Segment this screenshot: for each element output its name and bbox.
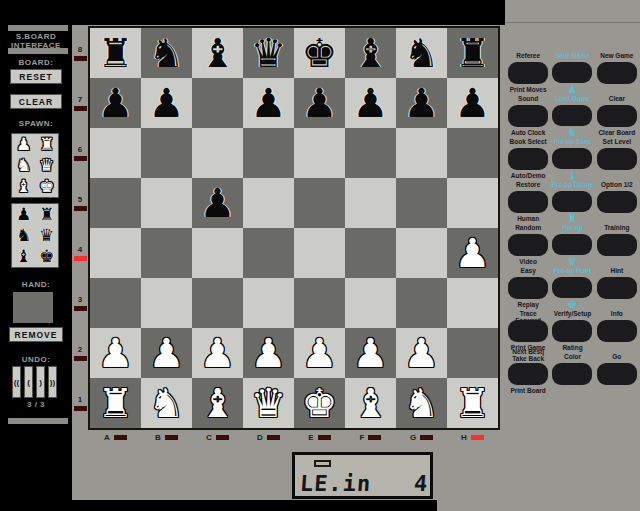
key-label: Sound: [518, 95, 538, 103]
bottom-black-strip: [72, 500, 437, 511]
black-queen: ♛: [39, 227, 54, 244]
key-sublabel-print-moves: Print Moves: [510, 86, 547, 93]
black-king: ♚: [39, 248, 54, 265]
square-h7[interactable]: ♟: [447, 78, 498, 128]
square-b5[interactable]: [141, 178, 192, 228]
color-button[interactable]: [552, 363, 592, 385]
key-sound-cell: SoundAuto Clock: [507, 95, 549, 138]
file-label-d: D: [243, 431, 294, 443]
key-sublabel-video: Video: [519, 258, 537, 265]
square-c6[interactable]: [192, 128, 243, 178]
key-sublabel-auto-clock: Auto Clock: [511, 129, 545, 136]
rank-led-5: [74, 206, 87, 211]
file-label-g: G: [396, 431, 447, 443]
pre-op-save-button[interactable]: [552, 148, 592, 169]
square-e1[interactable]: ♚: [294, 378, 345, 428]
go-button[interactable]: [597, 363, 637, 385]
random-button[interactable]: [508, 234, 548, 256]
black-bishop: ♝: [353, 33, 389, 73]
key-go-cell: Go: [596, 353, 638, 396]
key-restore-cell: RestoreHuman: [507, 181, 549, 224]
white-rook: ♜: [98, 383, 134, 423]
rank-number: 5: [78, 195, 82, 204]
square-g4[interactable]: [396, 228, 447, 278]
square-c8[interactable]: ♝: [192, 28, 243, 78]
file-led-f: [368, 435, 381, 440]
white-pawn: ♟: [149, 333, 185, 373]
black-rook: ♜: [455, 33, 491, 73]
key-label: Verify/Setup: [554, 310, 592, 318]
white-pawn: ♟: [251, 333, 287, 373]
file-led-c: [216, 435, 229, 440]
book-select-button[interactable]: [508, 148, 548, 170]
easy-button[interactable]: [508, 277, 548, 299]
file-letter: E: [308, 433, 313, 442]
key-label: Restore: [516, 181, 540, 189]
black-pawn: ♟: [200, 183, 236, 223]
key-pre-op-delete-cell: Pre-op Delete♜: [551, 181, 593, 224]
spawn-white-queen[interactable]: ♛: [35, 155, 58, 176]
white-rook: ♜: [39, 136, 54, 153]
chess-computer-app: S.BOARD INTERFACE BOARD: RESET CLEAR SPA…: [0, 0, 640, 511]
king-icon: ♚: [568, 299, 578, 310]
black-knight: ♞: [16, 227, 31, 244]
file-letter: G: [410, 433, 416, 442]
hand-slot[interactable]: [13, 292, 53, 323]
key-training-cell: Training: [596, 224, 638, 267]
clear-button[interactable]: CLEAR: [10, 94, 62, 109]
black-rook: ♜: [39, 206, 54, 223]
pre-op-priority-button[interactable]: [552, 234, 592, 255]
square-d5[interactable]: [243, 178, 294, 228]
square-c4[interactable]: [192, 228, 243, 278]
black-knight: ♞: [404, 33, 440, 73]
panel-divider-line: [505, 22, 640, 23]
rank-led-3: [74, 306, 87, 311]
key-label: Set Level: [603, 138, 632, 146]
white-queen: ♛: [251, 383, 287, 423]
white-bishop: ♝: [200, 383, 236, 423]
rank-number: 3: [78, 295, 82, 304]
square-a8[interactable]: ♜: [90, 28, 141, 78]
square-c5[interactable]: ♟: [192, 178, 243, 228]
square-a3[interactable]: [90, 278, 141, 328]
square-e7[interactable]: ♟: [294, 78, 345, 128]
file-led-h: [471, 435, 484, 440]
rank-number: 7: [78, 95, 82, 104]
lcd-display: LE.in 4: [292, 452, 433, 499]
save-game-button[interactable]: [552, 62, 592, 83]
key-clear-cell: ClearClear Board: [596, 95, 638, 138]
key-option-1-2-cell: Option 1/2: [596, 181, 638, 224]
rank-led-6: [74, 156, 87, 161]
key-new-game-cell: New Game: [596, 52, 638, 95]
black-pawn: ♟: [16, 206, 31, 223]
square-c2[interactable]: ♟: [192, 328, 243, 378]
square-e2[interactable]: ♟: [294, 328, 345, 378]
black-bishop: ♝: [200, 33, 236, 73]
square-b3[interactable]: [141, 278, 192, 328]
key-label: Save Game: [555, 52, 590, 60]
square-h1[interactable]: ♜: [447, 378, 498, 428]
undo-section-label: UNDO:: [0, 355, 72, 364]
file-label-a: A: [90, 431, 141, 443]
key-label: Book Select: [510, 138, 547, 146]
key-label: Next Best| Take Back: [512, 348, 544, 361]
spawn-black-queen[interactable]: ♛: [35, 225, 58, 246]
black-pawn: ♟: [455, 83, 491, 123]
black-pawn: ♟: [149, 83, 185, 123]
spawn-white-knight[interactable]: ♞: [12, 155, 35, 176]
white-queen: ♛: [39, 157, 54, 174]
square-h5[interactable]: [447, 178, 498, 228]
square-h6[interactable]: [447, 128, 498, 178]
pawn-icon: ♟: [568, 84, 578, 95]
key-label: Pre-op Print: [554, 267, 591, 275]
rank-labels: 87654321: [72, 28, 88, 428]
white-bishop: ♝: [16, 178, 31, 195]
square-f5[interactable]: [345, 178, 396, 228]
square-d3[interactable]: [243, 278, 294, 328]
white-rook: ♜: [455, 383, 491, 423]
square-c1[interactable]: ♝: [192, 378, 243, 428]
black-pawn: ♟: [404, 83, 440, 123]
black-king: ♚: [302, 33, 338, 73]
square-a4[interactable]: [90, 228, 141, 278]
rank-number: 1: [78, 395, 82, 404]
rank-label-4: 4: [72, 228, 88, 278]
file-label-c: C: [192, 431, 243, 443]
rank-label-1: 1: [72, 378, 88, 428]
key-random-cell: RandomVideo: [507, 224, 549, 267]
white-pawn: ♟: [302, 333, 338, 373]
white-bishop: ♝: [353, 383, 389, 423]
sound-button[interactable]: [508, 105, 548, 127]
white-pawn: ♟: [200, 333, 236, 373]
rank-label-5: 5: [72, 178, 88, 228]
file-letter: F: [360, 433, 365, 442]
square-g2[interactable]: ♟: [396, 328, 447, 378]
black-pawn: ♟: [98, 83, 134, 123]
file-led-d: [267, 435, 280, 440]
square-b2[interactable]: ♟: [141, 328, 192, 378]
square-g7[interactable]: ♟: [396, 78, 447, 128]
rank-led-7: [74, 106, 87, 111]
undo-button[interactable]: (: [24, 366, 33, 398]
rank-number: 4: [78, 245, 82, 254]
key-label: Clear: [609, 95, 625, 103]
key-verify-setup-cell: Verify/SetupRating: [551, 310, 593, 353]
key-sublabel-clear-board: Clear Board: [598, 129, 635, 136]
key-label: Pre-op Priority: [551, 224, 593, 232]
square-b4[interactable]: [141, 228, 192, 278]
spawn-white-rook[interactable]: ♜: [35, 134, 58, 155]
square-h4[interactable]: ♟: [447, 228, 498, 278]
white-king: ♚: [302, 383, 338, 423]
black-pawn: ♟: [353, 83, 389, 123]
undo-counter: 3 / 3: [0, 400, 72, 409]
white-pawn: ♟: [455, 233, 491, 273]
square-e8[interactable]: ♚: [294, 28, 345, 78]
square-b8[interactable]: ♞: [141, 28, 192, 78]
key-sublabel-auto-demo: Auto/Demo: [511, 172, 546, 179]
rank-label-2: 2: [72, 328, 88, 378]
rank-number: 2: [78, 345, 82, 354]
square-d7[interactable]: ♟: [243, 78, 294, 128]
white-pawn: ♟: [98, 333, 134, 373]
spawn-black-rook[interactable]: ♜: [35, 204, 58, 225]
spawn-black-knight[interactable]: ♞: [12, 225, 35, 246]
square-g3[interactable]: [396, 278, 447, 328]
square-e4[interactable]: [294, 228, 345, 278]
key-trace-forward-cell: Trace ForwardPrint Game: [507, 310, 549, 353]
black-queen: ♛: [251, 33, 287, 73]
key-hint-cell: Hint: [596, 267, 638, 310]
key-book-select-cell: Book SelectAuto/Demo: [507, 138, 549, 181]
training-button[interactable]: [597, 234, 637, 256]
square-h3[interactable]: [447, 278, 498, 328]
redo-button[interactable]: ): [36, 366, 45, 398]
undo-controls: ((())): [12, 366, 57, 398]
file-led-e: [318, 435, 331, 440]
key-label: New Game: [600, 52, 633, 60]
square-f3[interactable]: [345, 278, 396, 328]
sidebar-divider-top: [8, 25, 68, 31]
rank-label-3: 3: [72, 278, 88, 328]
black-pawn: ♟: [302, 83, 338, 123]
square-b6[interactable]: [141, 128, 192, 178]
file-labels: ABCDEFGH: [90, 431, 498, 443]
key-label: Training: [604, 224, 629, 232]
file-letter: A: [104, 433, 110, 442]
square-a1[interactable]: ♜: [90, 378, 141, 428]
spawn-black-bishop[interactable]: ♝: [12, 246, 35, 267]
file-label-e: E: [294, 431, 345, 443]
rook-icon: ♜: [568, 213, 578, 224]
rank-label-7: 7: [72, 78, 88, 128]
key-label: Go: [612, 353, 621, 361]
white-pawn: ♟: [353, 333, 389, 373]
bishop-icon: ♝: [568, 170, 578, 181]
clear-button[interactable]: [597, 105, 637, 127]
key-set-level-cell: Set Level: [596, 138, 638, 181]
rank-label-8: 8: [72, 28, 88, 78]
key-label: Random: [515, 224, 541, 232]
spawn-black-king[interactable]: ♚: [35, 246, 58, 267]
key-label: Hint: [611, 267, 624, 275]
square-g5[interactable]: [396, 178, 447, 228]
black-bishop: ♝: [16, 248, 31, 265]
hand-section-label: HAND:: [0, 280, 72, 289]
remove-button[interactable]: REMOVE: [9, 327, 63, 342]
spawn-white-pawn[interactable]: ♟: [12, 134, 35, 155]
square-a5[interactable]: [90, 178, 141, 228]
board-section-label: BOARD:: [0, 58, 72, 67]
square-b7[interactable]: ♟: [141, 78, 192, 128]
file-letter: H: [461, 433, 467, 442]
key-label: Referee: [516, 52, 540, 60]
sidebar-divider-bottom: [8, 418, 68, 424]
square-c7[interactable]: [192, 78, 243, 128]
file-led-g: [420, 435, 433, 440]
next-best-take-back-button[interactable]: [508, 363, 548, 385]
square-f2[interactable]: ♟: [345, 328, 396, 378]
file-led-a: [114, 435, 127, 440]
black-rook: ♜: [98, 33, 134, 73]
lcd-text: LE.in 4: [299, 471, 431, 496]
rank-led-4: [74, 256, 87, 261]
key-label: Pre-op Delete: [552, 181, 594, 189]
square-d4[interactable]: [243, 228, 294, 278]
redo-all-button[interactable]: )): [48, 366, 57, 398]
rank-led-2: [74, 356, 87, 361]
hint-button[interactable]: [597, 277, 637, 299]
black-knight: ♞: [149, 33, 185, 73]
key-label: Easy: [521, 267, 536, 275]
trace-forward-button[interactable]: [508, 320, 548, 342]
square-f1[interactable]: ♝: [345, 378, 396, 428]
pre-op-delete-button[interactable]: [552, 191, 592, 212]
file-label-f: F: [345, 431, 396, 443]
spawn-white-bishop[interactable]: ♝: [12, 176, 35, 197]
file-letter: C: [206, 433, 212, 442]
white-king: ♚: [39, 178, 54, 195]
file-label-h: H: [447, 431, 498, 443]
key-label: Load Game: [555, 95, 590, 103]
rank-number: 8: [78, 45, 82, 54]
key-load-game-cell: Load Game♞: [551, 95, 593, 138]
key-pre-op-print-cell: Pre-op Print♚: [551, 267, 593, 310]
info-button[interactable]: [597, 320, 637, 342]
spawn-white-king[interactable]: ♚: [35, 176, 58, 197]
referee-button[interactable]: [508, 62, 548, 84]
square-g1[interactable]: ♞: [396, 378, 447, 428]
reset-button[interactable]: RESET: [10, 69, 62, 84]
key-label: Color: [564, 353, 581, 361]
square-e6[interactable]: [294, 128, 345, 178]
spawn-palette-black: ♟♜♞♛♝♚: [11, 203, 59, 268]
file-led-b: [165, 435, 178, 440]
key-label: Trace Forward: [507, 310, 549, 318]
white-pawn: ♟: [16, 136, 31, 153]
app-title-line1: S.BOARD: [0, 32, 72, 41]
file-label-b: B: [141, 431, 192, 443]
square-h2[interactable]: [447, 328, 498, 378]
key-sublabel-human: Human: [517, 215, 539, 222]
square-f8[interactable]: ♝: [345, 28, 396, 78]
white-pawn: ♟: [404, 333, 440, 373]
square-a7[interactable]: ♟: [90, 78, 141, 128]
square-f7[interactable]: ♟: [345, 78, 396, 128]
key-next-best-take-back-cell: Next Best| Take BackPrint Board: [507, 353, 549, 396]
sidebar-divider-title: [8, 48, 68, 54]
rank-led-1: [74, 406, 87, 411]
white-knight: ♞: [149, 383, 185, 423]
option-1-2-button[interactable]: [597, 191, 637, 213]
key-save-game-cell: Save Game♟: [551, 52, 593, 95]
knight-icon: ♞: [568, 127, 578, 138]
key-pre-op-save-cell: Pre-op Save♝: [551, 138, 593, 181]
key-referee-cell: RefereePrint Moves: [507, 52, 549, 95]
white-knight: ♞: [16, 157, 31, 174]
key-label: Pre-op Save: [554, 138, 592, 146]
square-e3[interactable]: [294, 278, 345, 328]
chess-computer-keypad: RefereePrint MovesSave Game♟New GameSoun…: [507, 52, 638, 396]
key-pre-op-priority-cell: Pre-op Priority♛: [551, 224, 593, 267]
square-d1[interactable]: ♛: [243, 378, 294, 428]
square-d8[interactable]: ♛: [243, 28, 294, 78]
load-game-button[interactable]: [552, 105, 592, 126]
spawn-section-label: SPAWN:: [0, 119, 72, 128]
file-letter: B: [155, 433, 161, 442]
file-letter: D: [257, 433, 263, 442]
square-d2[interactable]: ♟: [243, 328, 294, 378]
rank-label-6: 6: [72, 128, 88, 178]
square-h8[interactable]: ♜: [447, 28, 498, 78]
lcd-indicator-icon: [314, 460, 331, 467]
white-knight: ♞: [404, 383, 440, 423]
square-d6[interactable]: [243, 128, 294, 178]
key-sublabel-rating: Rating: [562, 344, 582, 351]
square-f6[interactable]: [345, 128, 396, 178]
rank-led-8: [74, 56, 87, 61]
square-a2[interactable]: ♟: [90, 328, 141, 378]
spawn-black-pawn[interactable]: ♟: [12, 204, 35, 225]
key-easy-cell: EasyReplay: [507, 267, 549, 310]
square-g6[interactable]: [396, 128, 447, 178]
new-game-button[interactable]: [597, 62, 637, 84]
undo-all-button[interactable]: ((: [12, 366, 21, 398]
verify-setup-button[interactable]: [552, 320, 592, 342]
square-g8[interactable]: ♞: [396, 28, 447, 78]
black-pawn: ♟: [251, 83, 287, 123]
key-color-cell: Color: [551, 353, 593, 396]
key-sublabel-replay: Replay: [518, 301, 539, 308]
set-level-button[interactable]: [597, 148, 637, 170]
square-e5[interactable]: [294, 178, 345, 228]
key-label: Info: [611, 310, 623, 318]
square-b1[interactable]: ♞: [141, 378, 192, 428]
restore-button[interactable]: [508, 191, 548, 213]
rank-number: 6: [78, 145, 82, 154]
queen-icon: ♛: [568, 256, 578, 267]
square-a6[interactable]: [90, 128, 141, 178]
key-info-cell: Info: [596, 310, 638, 353]
square-c3[interactable]: [192, 278, 243, 328]
spawn-palette-white: ♟♜♞♛♝♚: [11, 133, 59, 198]
pre-op-print-button[interactable]: [552, 277, 592, 298]
chess-board: ♜♞♝♛♚♝♞♜♟♟♟♟♟♟♟♟♟♟♟♟♟♟♟♟♜♞♝♛♚♝♞♜: [88, 26, 500, 430]
square-f4[interactable]: [345, 228, 396, 278]
key-label: Option 1/2: [601, 181, 633, 189]
key-sublabel-print-board: Print Board: [510, 387, 545, 394]
